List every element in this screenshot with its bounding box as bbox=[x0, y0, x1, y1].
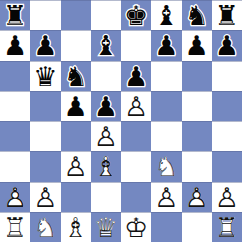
square-e8[interactable]: ♚♚ bbox=[121, 0, 151, 30]
piece-glyph: ♖ bbox=[212, 213, 242, 240]
square-f2[interactable]: ♟♙ bbox=[151, 182, 181, 212]
piece-glyph: ♛ bbox=[30, 62, 60, 89]
square-d2[interactable] bbox=[91, 182, 121, 212]
square-h1[interactable]: ♜♖ bbox=[212, 212, 242, 242]
piece-glyph: ♟ bbox=[212, 32, 242, 59]
square-d4[interactable]: ♟♙ bbox=[91, 121, 121, 151]
white-pawn[interactable]: ♟♙ bbox=[91, 121, 121, 151]
square-b2[interactable]: ♟♙ bbox=[30, 182, 60, 212]
piece-glyph-underlay: ♞ bbox=[151, 153, 181, 180]
square-f1[interactable] bbox=[151, 212, 181, 242]
piece-glyph-underlay: ♝ bbox=[151, 2, 181, 29]
piece-glyph-underlay: ♞ bbox=[30, 213, 60, 240]
black-pawn[interactable]: ♟♟ bbox=[61, 91, 91, 121]
white-pawn[interactable]: ♟♙ bbox=[0, 182, 30, 212]
piece-glyph: ♙ bbox=[121, 92, 151, 119]
square-g1[interactable] bbox=[182, 212, 212, 242]
square-d3[interactable]: ♝♗ bbox=[91, 151, 121, 181]
square-c6[interactable]: ♞♞ bbox=[61, 61, 91, 91]
piece-glyph: ♗ bbox=[91, 153, 121, 180]
piece-glyph: ♙ bbox=[151, 183, 181, 210]
square-d5[interactable]: ♟♟ bbox=[91, 91, 121, 121]
white-pawn[interactable]: ♟♙ bbox=[182, 182, 212, 212]
piece-glyph: ♘ bbox=[151, 153, 181, 180]
square-a8[interactable]: ♜♜ bbox=[0, 0, 30, 30]
piece-glyph: ♟ bbox=[0, 32, 30, 59]
square-e3[interactable] bbox=[121, 151, 151, 181]
square-b3[interactable] bbox=[30, 151, 60, 181]
piece-glyph: ♟ bbox=[91, 92, 121, 119]
white-king[interactable]: ♚♔ bbox=[121, 212, 151, 242]
square-b7[interactable]: ♟♟ bbox=[30, 30, 60, 60]
piece-glyph-underlay: ♟ bbox=[61, 92, 91, 119]
piece-glyph-underlay: ♟ bbox=[121, 92, 151, 119]
piece-glyph: ♔ bbox=[121, 213, 151, 240]
black-pawn[interactable]: ♟♟ bbox=[151, 30, 181, 60]
square-f4[interactable] bbox=[151, 121, 181, 151]
square-c2[interactable] bbox=[61, 182, 91, 212]
piece-glyph-underlay: ♟ bbox=[91, 92, 121, 119]
square-g6[interactable] bbox=[182, 61, 212, 91]
square-f7[interactable]: ♟♟ bbox=[151, 30, 181, 60]
black-pawn[interactable]: ♟♟ bbox=[182, 30, 212, 60]
piece-glyph: ♚ bbox=[121, 2, 151, 29]
black-bishop[interactable]: ♝♝ bbox=[151, 0, 181, 30]
piece-glyph-underlay: ♟ bbox=[151, 32, 181, 59]
square-b6[interactable]: ♛♛ bbox=[30, 61, 60, 91]
square-e6[interactable]: ♟♟ bbox=[121, 61, 151, 91]
black-rook[interactable]: ♜♜ bbox=[212, 0, 242, 30]
black-bishop[interactable]: ♝♝ bbox=[91, 30, 121, 60]
piece-glyph: ♙ bbox=[182, 183, 212, 210]
piece-glyph: ♟ bbox=[121, 62, 151, 89]
square-d8[interactable] bbox=[91, 0, 121, 30]
piece-glyph-underlay: ♜ bbox=[0, 2, 30, 29]
square-e4[interactable] bbox=[121, 121, 151, 151]
square-f5[interactable] bbox=[151, 91, 181, 121]
piece-glyph-underlay: ♜ bbox=[0, 213, 30, 240]
piece-glyph: ♟ bbox=[30, 32, 60, 59]
piece-glyph: ♝ bbox=[91, 32, 121, 59]
white-pawn[interactable]: ♟♙ bbox=[151, 182, 181, 212]
square-c1[interactable]: ♝♗ bbox=[61, 212, 91, 242]
black-queen[interactable]: ♛♛ bbox=[30, 61, 60, 91]
piece-glyph-underlay: ♝ bbox=[91, 153, 121, 180]
piece-glyph-underlay: ♜ bbox=[212, 213, 242, 240]
square-h2[interactable]: ♟♙ bbox=[212, 182, 242, 212]
square-c8[interactable] bbox=[61, 0, 91, 30]
piece-glyph: ♙ bbox=[0, 183, 30, 210]
square-d7[interactable]: ♝♝ bbox=[91, 30, 121, 60]
white-rook[interactable]: ♜♖ bbox=[212, 212, 242, 242]
square-d1[interactable]: ♛♕ bbox=[91, 212, 121, 242]
piece-glyph-underlay: ♚ bbox=[121, 2, 151, 29]
white-pawn[interactable]: ♟♙ bbox=[121, 91, 151, 121]
square-e2[interactable] bbox=[121, 182, 151, 212]
piece-glyph: ♘ bbox=[30, 213, 60, 240]
square-c7[interactable] bbox=[61, 30, 91, 60]
piece-glyph: ♕ bbox=[91, 213, 121, 240]
piece-glyph-underlay: ♛ bbox=[30, 62, 60, 89]
square-a1[interactable]: ♜♖ bbox=[0, 212, 30, 242]
piece-glyph-underlay: ♟ bbox=[30, 32, 60, 59]
piece-glyph-underlay: ♝ bbox=[91, 32, 121, 59]
piece-glyph-underlay: ♞ bbox=[61, 62, 91, 89]
white-knight[interactable]: ♞♘ bbox=[151, 151, 181, 181]
square-e1[interactable]: ♚♔ bbox=[121, 212, 151, 242]
piece-glyph-underlay: ♚ bbox=[121, 213, 151, 240]
square-d6[interactable] bbox=[91, 61, 121, 91]
square-h3[interactable] bbox=[212, 151, 242, 181]
piece-glyph-underlay: ♟ bbox=[30, 183, 60, 210]
white-pawn[interactable]: ♟♙ bbox=[30, 182, 60, 212]
square-g3[interactable] bbox=[182, 151, 212, 181]
piece-glyph-underlay: ♟ bbox=[151, 183, 181, 210]
piece-glyph-underlay: ♟ bbox=[212, 32, 242, 59]
black-knight[interactable]: ♞♞ bbox=[61, 61, 91, 91]
piece-glyph: ♞ bbox=[61, 62, 91, 89]
black-rook[interactable]: ♜♜ bbox=[0, 0, 30, 30]
black-pawn[interactable]: ♟♟ bbox=[0, 30, 30, 60]
square-a2[interactable]: ♟♙ bbox=[0, 182, 30, 212]
white-pawn[interactable]: ♟♙ bbox=[212, 182, 242, 212]
piece-glyph: ♙ bbox=[61, 153, 91, 180]
piece-glyph-underlay: ♟ bbox=[121, 62, 151, 89]
square-h5[interactable] bbox=[212, 91, 242, 121]
square-e5[interactable]: ♟♙ bbox=[121, 91, 151, 121]
piece-glyph-underlay: ♟ bbox=[0, 183, 30, 210]
square-c3[interactable]: ♟♙ bbox=[61, 151, 91, 181]
square-a5[interactable] bbox=[0, 91, 30, 121]
piece-glyph: ♜ bbox=[212, 2, 242, 29]
piece-glyph: ♟ bbox=[61, 92, 91, 119]
square-h6[interactable] bbox=[212, 61, 242, 91]
square-a7[interactable]: ♟♟ bbox=[0, 30, 30, 60]
piece-glyph-underlay: ♟ bbox=[0, 32, 30, 59]
chess-app: ♜♜♚♚♝♝♞♞♜♜♟♟♟♟♝♝♟♟♟♟♟♟♛♛♞♞♟♟♟♟♟♟♟♙♟♙♟♙♝♗… bbox=[0, 0, 242, 242]
piece-glyph-underlay: ♟ bbox=[212, 183, 242, 210]
black-pawn[interactable]: ♟♟ bbox=[212, 30, 242, 60]
black-pawn[interactable]: ♟♟ bbox=[30, 30, 60, 60]
square-h8[interactable]: ♜♜ bbox=[212, 0, 242, 30]
square-c4[interactable] bbox=[61, 121, 91, 151]
piece-glyph: ♞ bbox=[182, 2, 212, 29]
white-knight[interactable]: ♞♘ bbox=[30, 212, 60, 242]
piece-glyph: ♙ bbox=[212, 183, 242, 210]
piece-glyph: ♜ bbox=[0, 2, 30, 29]
piece-glyph-underlay: ♟ bbox=[61, 153, 91, 180]
square-f8[interactable]: ♝♝ bbox=[151, 0, 181, 30]
piece-glyph: ♟ bbox=[151, 32, 181, 59]
square-f3[interactable]: ♞♘ bbox=[151, 151, 181, 181]
square-b8[interactable] bbox=[30, 0, 60, 30]
piece-glyph-underlay: ♝ bbox=[61, 213, 91, 240]
white-bishop[interactable]: ♝♗ bbox=[91, 151, 121, 181]
black-pawn[interactable]: ♟♟ bbox=[91, 91, 121, 121]
square-h4[interactable] bbox=[212, 121, 242, 151]
square-g8[interactable]: ♞♞ bbox=[182, 0, 212, 30]
square-a3[interactable] bbox=[0, 151, 30, 181]
piece-glyph-underlay: ♟ bbox=[91, 123, 121, 150]
black-pawn[interactable]: ♟♟ bbox=[121, 61, 151, 91]
piece-glyph: ♝ bbox=[151, 2, 181, 29]
piece-glyph-underlay: ♜ bbox=[212, 2, 242, 29]
square-b1[interactable]: ♞♘ bbox=[30, 212, 60, 242]
piece-glyph: ♗ bbox=[61, 213, 91, 240]
black-knight[interactable]: ♞♞ bbox=[182, 0, 212, 30]
square-b4[interactable] bbox=[30, 121, 60, 151]
square-a4[interactable] bbox=[0, 121, 30, 151]
piece-glyph: ♙ bbox=[30, 183, 60, 210]
square-g5[interactable] bbox=[182, 91, 212, 121]
white-pawn[interactable]: ♟♙ bbox=[61, 151, 91, 181]
square-g2[interactable]: ♟♙ bbox=[182, 182, 212, 212]
square-g7[interactable]: ♟♟ bbox=[182, 30, 212, 60]
piece-glyph-underlay: ♟ bbox=[182, 32, 212, 59]
piece-glyph-underlay: ♛ bbox=[91, 213, 121, 240]
piece-glyph-underlay: ♞ bbox=[182, 2, 212, 29]
square-c5[interactable]: ♟♟ bbox=[61, 91, 91, 121]
white-rook[interactable]: ♜♖ bbox=[0, 212, 30, 242]
white-queen[interactable]: ♛♕ bbox=[91, 212, 121, 242]
square-e7[interactable] bbox=[121, 30, 151, 60]
white-bishop[interactable]: ♝♗ bbox=[61, 212, 91, 242]
square-f6[interactable] bbox=[151, 61, 181, 91]
chess-board: ♜♜♚♚♝♝♞♞♜♜♟♟♟♟♝♝♟♟♟♟♟♟♛♛♞♞♟♟♟♟♟♟♟♙♟♙♟♙♝♗… bbox=[0, 0, 242, 242]
square-b5[interactable] bbox=[30, 91, 60, 121]
square-h7[interactable]: ♟♟ bbox=[212, 30, 242, 60]
piece-glyph: ♙ bbox=[91, 123, 121, 150]
square-a6[interactable] bbox=[0, 61, 30, 91]
piece-glyph-underlay: ♟ bbox=[182, 183, 212, 210]
piece-glyph: ♟ bbox=[182, 32, 212, 59]
square-g4[interactable] bbox=[182, 121, 212, 151]
black-king[interactable]: ♚♚ bbox=[121, 0, 151, 30]
piece-glyph: ♖ bbox=[0, 213, 30, 240]
